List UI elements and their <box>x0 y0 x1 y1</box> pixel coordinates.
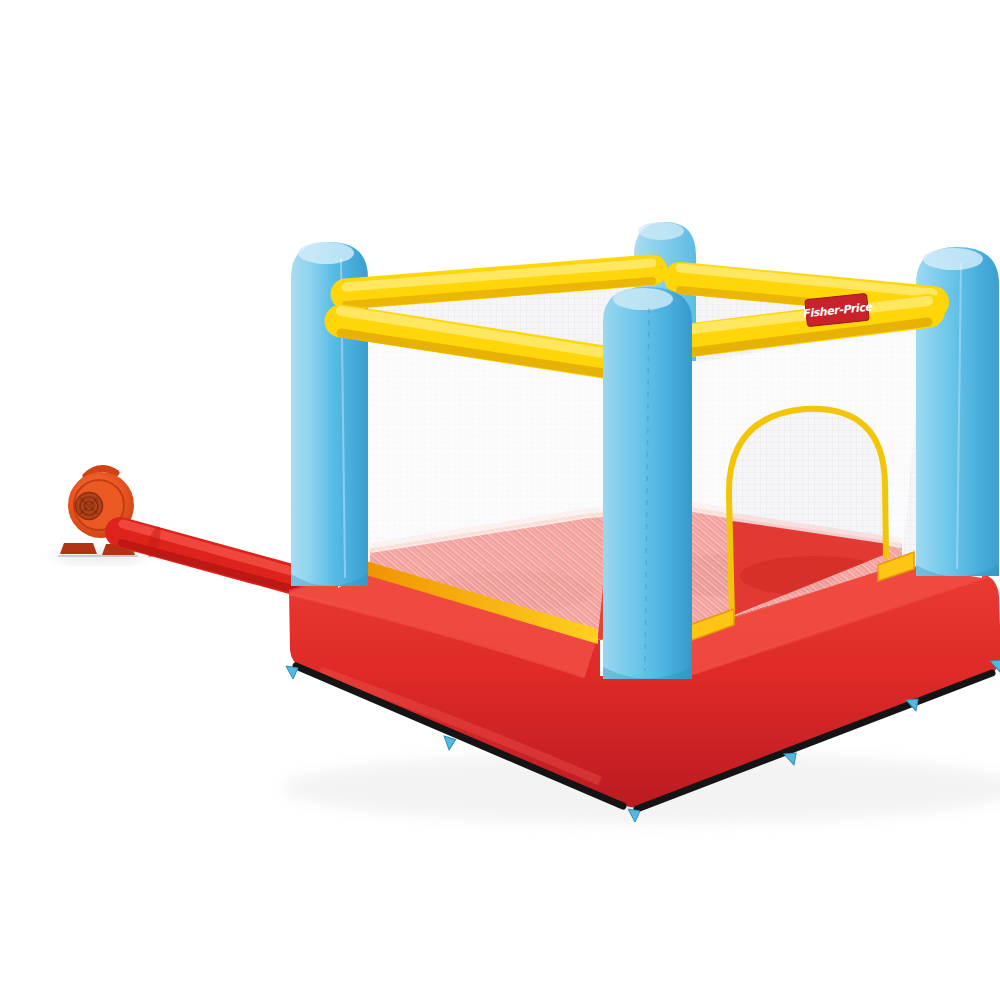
product-photo: Fisher-Price Fisher-Price Bouncesational… <box>40 16 1000 1000</box>
anchor-tab <box>442 736 456 751</box>
bounce-house-illustration: Fisher-Price <box>40 16 1000 1000</box>
anchor-tab <box>286 666 298 679</box>
inflation-tube <box>120 524 302 591</box>
near-corner-column <box>603 287 692 679</box>
blower-foot-left <box>60 543 97 554</box>
blower-intake-mesh <box>76 493 103 520</box>
